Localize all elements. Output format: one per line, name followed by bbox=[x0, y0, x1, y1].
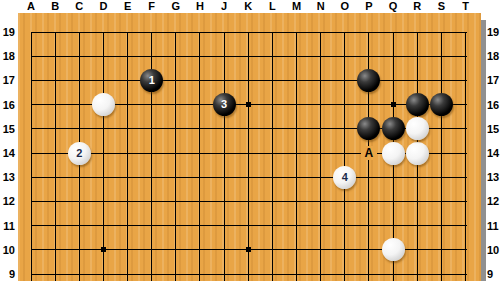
grid-line-col-H bbox=[199, 32, 200, 281]
go-board-diagram: ABCDEFGHJKLMNOPQRST191918181717161615151… bbox=[0, 0, 500, 281]
column-label-H: H bbox=[191, 0, 209, 13]
grid-line-row-17 bbox=[31, 80, 467, 81]
row-label-left-16: 16 bbox=[0, 98, 15, 112]
column-label-S: S bbox=[432, 0, 450, 13]
column-label-E: E bbox=[119, 0, 137, 13]
stone-white-R14[interactable] bbox=[406, 142, 429, 165]
grid-line-col-L bbox=[272, 32, 273, 281]
star-point-Q16 bbox=[391, 102, 396, 107]
row-label-left-19: 19 bbox=[0, 25, 15, 39]
column-label-R: R bbox=[408, 0, 426, 13]
grid-line-col-B bbox=[55, 32, 56, 281]
row-label-right-12: 12 bbox=[487, 194, 500, 208]
column-label-L: L bbox=[263, 0, 281, 13]
board-shadow bbox=[481, 20, 486, 281]
row-label-right-18: 18 bbox=[487, 49, 500, 63]
stone-black-Q15[interactable] bbox=[382, 117, 405, 140]
row-label-right-9: 9 bbox=[487, 267, 500, 281]
grid-line-col-E bbox=[127, 32, 128, 281]
grid-line-row-13 bbox=[31, 177, 467, 178]
column-label-P: P bbox=[360, 0, 378, 13]
row-label-right-16: 16 bbox=[487, 98, 500, 112]
grid-line-col-G bbox=[175, 32, 176, 281]
row-label-left-14: 14 bbox=[0, 146, 15, 160]
row-label-left-18: 18 bbox=[0, 49, 15, 63]
stone-black-R16[interactable] bbox=[406, 93, 429, 116]
column-label-Q: Q bbox=[384, 0, 402, 13]
stone-white-R15[interactable] bbox=[406, 117, 429, 140]
row-label-left-9: 9 bbox=[0, 267, 15, 281]
grid-line-col-A bbox=[31, 32, 32, 281]
row-label-left-17: 17 bbox=[0, 73, 15, 87]
move-3-stone-black-J16[interactable]: 3 bbox=[213, 93, 236, 116]
grid-line-col-S bbox=[441, 32, 442, 281]
column-label-B: B bbox=[46, 0, 64, 13]
row-label-right-10: 10 bbox=[487, 243, 500, 257]
grid-line-col-N bbox=[320, 32, 321, 281]
column-label-N: N bbox=[312, 0, 330, 13]
row-label-left-13: 13 bbox=[0, 170, 15, 184]
stone-black-S16[interactable] bbox=[430, 93, 453, 116]
grid-line-row-9 bbox=[31, 274, 467, 275]
stone-white-D16[interactable] bbox=[92, 93, 115, 116]
grid-line-col-K bbox=[248, 32, 249, 281]
move-1-stone-black-F17[interactable]: 1 bbox=[140, 69, 163, 92]
row-label-left-10: 10 bbox=[0, 243, 15, 257]
grid-line-col-D bbox=[103, 32, 104, 281]
row-label-right-13: 13 bbox=[487, 170, 500, 184]
column-label-M: M bbox=[288, 0, 306, 13]
star-point-K10 bbox=[246, 247, 251, 252]
row-label-right-17: 17 bbox=[487, 73, 500, 87]
grid-line-col-M bbox=[296, 32, 297, 281]
row-label-right-15: 15 bbox=[487, 122, 500, 136]
star-point-D10 bbox=[101, 247, 106, 252]
star-point-K16 bbox=[246, 102, 251, 107]
grid-line-col-O bbox=[344, 32, 345, 281]
column-label-G: G bbox=[167, 0, 185, 13]
column-label-F: F bbox=[143, 0, 161, 13]
stone-white-Q10[interactable] bbox=[382, 238, 405, 261]
column-label-D: D bbox=[94, 0, 112, 13]
column-label-K: K bbox=[239, 0, 257, 13]
column-label-T: T bbox=[457, 0, 475, 13]
label-A-P14[interactable]: A bbox=[361, 146, 377, 160]
stone-white-Q14[interactable] bbox=[382, 142, 405, 165]
row-label-left-15: 15 bbox=[0, 122, 15, 136]
grid-line-row-19 bbox=[31, 32, 467, 33]
grid-line-col-J bbox=[224, 32, 225, 281]
row-label-left-11: 11 bbox=[0, 219, 15, 233]
column-label-O: O bbox=[336, 0, 354, 13]
grid-line-col-T bbox=[465, 32, 466, 281]
move-2-stone-white-C14[interactable]: 2 bbox=[68, 142, 91, 165]
column-label-J: J bbox=[215, 0, 233, 13]
row-label-right-19: 19 bbox=[487, 25, 500, 39]
row-label-right-14: 14 bbox=[487, 146, 500, 160]
grid-line-row-11 bbox=[31, 225, 467, 226]
grid-line-row-18 bbox=[31, 56, 467, 57]
move-4-stone-white-O13[interactable]: 4 bbox=[333, 166, 356, 189]
column-label-A: A bbox=[22, 0, 40, 13]
row-label-right-11: 11 bbox=[487, 219, 500, 233]
column-label-C: C bbox=[70, 0, 88, 13]
row-label-left-12: 12 bbox=[0, 194, 15, 208]
grid-line-row-12 bbox=[31, 201, 467, 202]
